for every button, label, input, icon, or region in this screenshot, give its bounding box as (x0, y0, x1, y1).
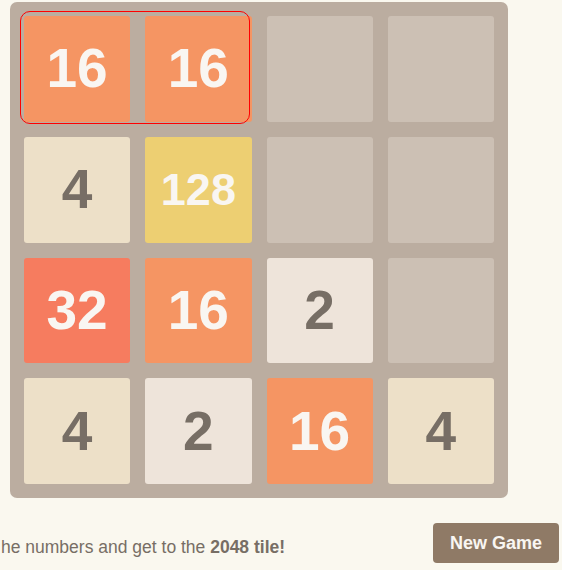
tile-r4c3-value-16: 16 (267, 378, 373, 484)
tile-r3c4-empty (388, 258, 494, 364)
tile-r3c3-value-2: 2 (267, 258, 373, 364)
footer-text-prefix: he numbers and get to the (1, 537, 210, 557)
game-board: 161641283216242164 (10, 2, 508, 498)
footer-text-goal: 2048 tile! (210, 537, 285, 557)
tile-r2c2-value-128: 128 (145, 137, 251, 243)
tile-r4c2-value-2: 2 (145, 378, 251, 484)
tile-r4c4-value-4: 4 (388, 378, 494, 484)
footer-instruction-text: he numbers and get to the 2048 tile! (1, 537, 285, 558)
tile-r1c3-empty (267, 16, 373, 122)
tile-r4c1-value-4: 4 (24, 378, 130, 484)
tile-r3c1-value-32: 32 (24, 258, 130, 364)
tile-r2c3-empty (267, 137, 373, 243)
tile-r1c1-value-16: 16 (24, 16, 130, 122)
tile-r2c1-value-4: 4 (24, 137, 130, 243)
tile-r1c2-value-16: 16 (145, 16, 251, 122)
new-game-button[interactable]: New Game (433, 523, 559, 563)
tile-r1c4-empty (388, 16, 494, 122)
tile-r3c2-value-16: 16 (145, 258, 251, 364)
page: 161641283216242164 he numbers and get to… (0, 0, 562, 570)
tile-r2c4-empty (388, 137, 494, 243)
